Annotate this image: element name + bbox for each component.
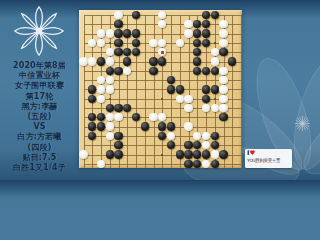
tournament-info: 2020年第8届 中信置业杯 女子围甲联赛 第17轮 黑方:李赫 (五段) VS…	[0, 60, 79, 172]
white-stone	[79, 57, 87, 65]
black-stone	[167, 141, 175, 149]
black-stone	[114, 132, 122, 140]
white-stone	[114, 113, 122, 121]
black-stone	[123, 48, 131, 56]
black-stone	[141, 122, 149, 130]
result-line: 白胜1又1/4子	[2, 162, 78, 172]
black-stone	[106, 104, 114, 112]
black-stone	[88, 95, 96, 103]
white-stone	[97, 95, 105, 103]
black-stone	[193, 150, 201, 158]
black-stone	[114, 48, 122, 56]
flower-logo	[10, 2, 68, 60]
white-stone	[202, 160, 210, 168]
black-stone	[114, 150, 122, 158]
black-stone	[114, 29, 122, 37]
black-stone	[123, 104, 131, 112]
black-stone	[132, 29, 140, 37]
white-stone	[79, 150, 87, 158]
white-player-line: 白方:方若曦	[2, 132, 78, 142]
event-cup-line: 中信置业杯	[2, 70, 78, 80]
white-stone	[219, 76, 227, 84]
black-stone	[184, 150, 192, 158]
white-stone	[202, 104, 210, 112]
starburst-icon	[294, 115, 311, 132]
black-stone	[202, 39, 210, 47]
black-stone	[149, 57, 157, 65]
white-stone	[97, 76, 105, 84]
white-stone	[219, 39, 227, 47]
white-stone	[106, 76, 114, 84]
white-stone	[106, 29, 114, 37]
black-stone	[202, 150, 210, 158]
white-stone	[106, 57, 114, 65]
white-stone	[158, 39, 166, 47]
black-stone	[193, 67, 201, 75]
black-stone	[149, 67, 157, 75]
event-league-line: 女子围甲联赛	[2, 81, 78, 91]
black-stone	[88, 113, 96, 121]
white-stone	[149, 39, 157, 47]
white-stone	[219, 29, 227, 37]
white-stone	[97, 39, 105, 47]
event-year-line: 2020年第8届	[2, 60, 78, 70]
black-stone	[211, 11, 219, 19]
black-stone	[132, 11, 140, 19]
black-stone	[123, 57, 131, 65]
white-stone	[106, 122, 114, 130]
black-stone	[176, 150, 184, 158]
black-stone	[184, 141, 192, 149]
watermark-heart-line: I♥	[247, 150, 290, 157]
white-stone	[106, 113, 114, 121]
black-stone	[219, 150, 227, 158]
black-stone	[158, 122, 166, 130]
black-stone	[211, 132, 219, 140]
watermark-text: YOU胜利资亚十景	[247, 157, 286, 162]
black-stone	[88, 122, 96, 130]
white-stone	[123, 67, 131, 75]
black-stone	[132, 113, 140, 121]
white-stone	[219, 85, 227, 93]
black-stone	[193, 48, 201, 56]
black-stone	[88, 85, 96, 93]
black-stone	[202, 20, 210, 28]
black-stone	[202, 11, 210, 19]
black-stone	[219, 48, 227, 56]
black-stone	[97, 122, 105, 130]
black-stone	[114, 104, 122, 112]
black-stone	[202, 67, 210, 75]
white-stone	[219, 67, 227, 75]
black-stone	[114, 67, 122, 75]
white-stone	[88, 57, 96, 65]
white-stone	[97, 85, 105, 93]
white-stone	[219, 95, 227, 103]
black-stone	[167, 85, 175, 93]
white-stone	[211, 104, 219, 112]
black-stone	[193, 57, 201, 65]
black-stone	[114, 141, 122, 149]
black-stone	[167, 122, 175, 130]
white-stone	[202, 141, 210, 149]
black-stone	[97, 57, 105, 65]
black-stone	[114, 20, 122, 28]
black-stone	[211, 67, 219, 75]
white-stone	[167, 132, 175, 140]
star-point	[109, 42, 111, 44]
white-stone	[176, 95, 184, 103]
star-point	[109, 98, 111, 100]
white-stone	[97, 160, 105, 168]
heart-icon: ♥	[249, 149, 255, 157]
black-stone	[193, 29, 201, 37]
white-stone	[193, 132, 201, 140]
star-point	[161, 154, 163, 156]
last-move-marker	[161, 51, 164, 54]
star-point	[214, 42, 216, 44]
white-stone	[219, 20, 227, 28]
black-stone	[202, 95, 210, 103]
black-stone	[202, 29, 210, 37]
white-stone	[106, 48, 114, 56]
black-stone	[193, 20, 201, 28]
black-stone	[211, 160, 219, 168]
white-rank-line: (四段)	[2, 142, 78, 152]
black-rank-line: (五段)	[2, 111, 78, 121]
white-stone	[158, 11, 166, 19]
white-stone	[88, 39, 96, 47]
black-stone	[88, 132, 96, 140]
black-stone	[193, 160, 201, 168]
black-stone	[158, 132, 166, 140]
black-stone	[211, 85, 219, 93]
white-stone	[184, 104, 192, 112]
white-stone	[106, 85, 114, 93]
komi-line: 贴目:7.5	[2, 152, 78, 162]
black-stone	[106, 150, 114, 158]
white-stone	[184, 122, 192, 130]
white-stone	[211, 48, 219, 56]
black-stone	[228, 57, 236, 65]
white-stone	[202, 132, 210, 140]
white-stone	[149, 113, 157, 121]
white-stone	[106, 132, 114, 140]
black-stone	[193, 141, 201, 149]
white-stone	[114, 11, 122, 19]
white-stone	[184, 95, 192, 103]
black-stone	[176, 85, 184, 93]
white-stone	[184, 29, 192, 37]
star-point	[214, 98, 216, 100]
white-stone	[97, 29, 105, 37]
black-stone	[132, 39, 140, 47]
event-round-line: 第17轮	[2, 91, 78, 101]
black-stone	[193, 39, 201, 47]
white-stone	[158, 113, 166, 121]
go-video-thumbnail: { "info_panel": { "lines": [ "2020年第8届",…	[0, 0, 320, 180]
black-stone	[211, 141, 219, 149]
black-stone	[167, 76, 175, 84]
black-stone	[97, 113, 105, 121]
black-stone	[114, 39, 122, 47]
white-stone	[211, 57, 219, 65]
black-stone	[123, 29, 131, 37]
black-player-line: 黑方:李赫	[2, 101, 78, 111]
black-stone	[184, 160, 192, 168]
white-stone	[219, 104, 227, 112]
vs-line: VS	[2, 121, 78, 131]
black-stone	[202, 85, 210, 93]
white-stone	[184, 20, 192, 28]
white-stone	[158, 20, 166, 28]
info-panel: 2020年第8届 中信置业杯 女子围甲联赛 第17轮 黑方:李赫 (五段) VS…	[0, 0, 79, 180]
black-stone	[132, 48, 140, 56]
white-stone	[176, 39, 184, 47]
watermark: I♥ YOU胜利资亚十景	[245, 149, 292, 168]
black-stone	[158, 57, 166, 65]
go-board	[79, 10, 242, 168]
white-stone	[211, 150, 219, 158]
black-stone	[106, 67, 114, 75]
black-stone	[219, 113, 227, 121]
